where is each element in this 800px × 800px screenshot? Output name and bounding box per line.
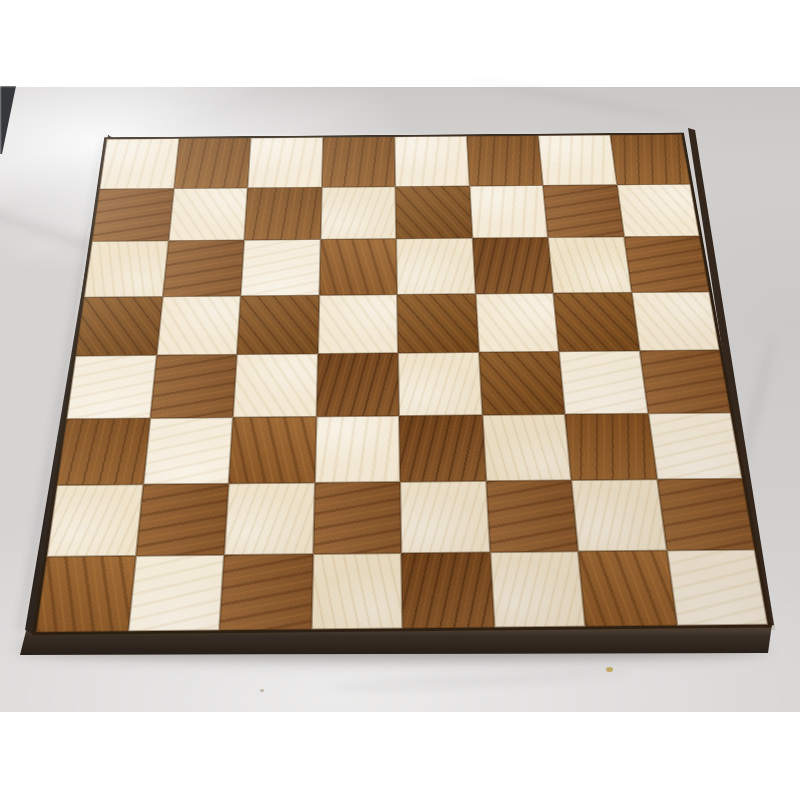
square-g4 [559,351,648,414]
square-b3 [143,417,233,484]
square-e5 [397,294,478,353]
square-b6 [162,240,244,296]
square-b8 [174,138,251,188]
board-drop-shadow [16,636,768,660]
square-e7 [395,186,472,239]
square-f2 [486,480,578,552]
square-d7 [320,186,396,239]
square-c4 [233,354,318,417]
square-e3 [399,415,486,482]
square-d3 [314,415,400,482]
square-f3 [482,414,571,481]
square-c2 [224,483,314,555]
square-g1 [578,550,677,626]
square-h2 [657,479,755,551]
square-h6 [624,236,709,292]
square-g5 [553,292,639,351]
square-f8 [466,136,543,186]
square-h5 [631,291,719,350]
chess-board [32,133,772,636]
fabric-crease [471,77,689,123]
square-f6 [472,237,553,293]
square-e4 [398,352,482,415]
square-a3 [57,418,150,485]
square-c5 [237,295,319,355]
square-d4 [316,353,399,416]
square-e2 [400,481,490,553]
square-f5 [475,293,559,352]
square-b2 [135,484,228,556]
square-f4 [478,352,564,415]
square-c6 [241,239,321,295]
square-g7 [543,184,624,237]
square-a7 [92,188,174,241]
square-f7 [469,185,548,238]
fabric-speck [606,667,613,672]
square-b7 [168,188,247,241]
square-d8 [321,137,395,187]
square-e1 [401,552,494,629]
square-d5 [317,294,398,354]
square-g8 [538,135,616,185]
square-g6 [548,237,631,293]
square-g2 [571,479,666,551]
square-b5 [156,296,240,356]
square-a8 [100,139,179,189]
square-f1 [490,551,586,628]
square-g3 [565,413,657,480]
square-a1 [36,555,136,632]
square-d1 [311,553,403,630]
square-e8 [394,136,469,186]
fabric-speck [260,689,264,692]
square-b1 [128,555,225,632]
square-h4 [639,350,730,413]
square-h3 [648,412,742,479]
square-c8 [248,137,323,187]
square-h1 [666,549,768,625]
square-d2 [313,482,402,554]
background-object [0,86,20,156]
square-a4 [67,355,157,418]
square-h8 [610,134,690,184]
square-a2 [47,484,143,556]
square-a6 [84,241,168,297]
square-c1 [219,554,312,631]
square-b4 [150,354,237,417]
square-c3 [229,416,316,483]
square-a5 [76,296,163,356]
square-d6 [319,239,397,295]
square-e6 [396,238,475,294]
fabric-crease [330,668,630,693]
square-h7 [617,184,700,237]
board-perspective-wrapper [32,133,772,636]
square-c7 [244,187,321,240]
product-photo-scene [0,0,800,800]
